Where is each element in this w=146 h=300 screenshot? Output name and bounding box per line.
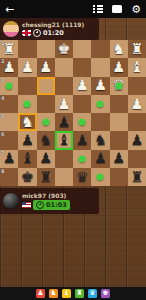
square-b4[interactable] [110, 95, 128, 113]
square-e5[interactable]: ♟ [55, 113, 73, 131]
square-a5[interactable] [128, 113, 146, 131]
square-h7[interactable]: ♟7 [0, 150, 18, 168]
rank-label: 5 [1, 113, 4, 119]
piece-white-pawn: ♟ [91, 77, 109, 95]
us-flag-icon [22, 202, 31, 208]
rank-label: 8 [1, 168, 4, 174]
square-b5[interactable] [110, 113, 128, 131]
square-d4[interactable] [73, 95, 91, 113]
legal-move-dot [97, 173, 104, 180]
banner-piece-tile: ♟ [36, 289, 45, 298]
square-e6[interactable]: ♝ [55, 131, 73, 149]
square-g2[interactable]: ♟ [18, 58, 36, 76]
piece-black-bishop: ♝ [55, 131, 73, 149]
piece-white-pawn: ♟ [37, 58, 55, 76]
piece-white-knight: ♞ [110, 40, 128, 58]
piece-white-pawn: ♟ [55, 95, 73, 113]
square-e4[interactable]: ♟ [55, 95, 73, 113]
player-name-rating: mick97 (903) [22, 192, 70, 199]
square-h3[interactable]: 3 [0, 77, 18, 95]
square-a4[interactable]: ♟ [128, 95, 146, 113]
opponent-name-rating: chessing21 (1119) [22, 21, 84, 28]
square-d8[interactable]: ♛ [73, 168, 91, 186]
clock-icon [33, 29, 41, 37]
ad-banner[interactable]: ♟♞♝♜♛♚ [0, 287, 146, 300]
legal-move-dot [115, 82, 122, 89]
square-f3[interactable] [37, 77, 55, 95]
square-g6[interactable]: ♟ [18, 131, 36, 149]
piece-white-bishop: ♝ [128, 58, 146, 76]
square-b8[interactable] [110, 168, 128, 186]
piece-white-pawn: ♟ [110, 58, 128, 76]
piece-black-king: ♚ [18, 168, 36, 186]
banner-piece-tile: ♚ [101, 289, 110, 298]
piece-black-queen: ♛ [73, 168, 91, 186]
square-c7[interactable]: ♟ [91, 150, 109, 168]
square-g7[interactable]: ♝ [18, 150, 36, 168]
legal-move-dot [24, 100, 31, 107]
square-b7[interactable]: ♟ [110, 150, 128, 168]
player-avatar[interactable] [3, 193, 19, 209]
piece-white-king: ♚ [55, 40, 73, 58]
square-h5[interactable]: 5 [0, 113, 18, 131]
settings-gear-icon[interactable]: ⚙ [131, 4, 141, 15]
piece-white-pawn: ♟ [18, 58, 36, 76]
piece-black-knight: ♞ [37, 131, 55, 149]
banner-piece-tile: ♜ [75, 289, 84, 298]
opponent-avatar[interactable] [3, 21, 19, 37]
piece-black-pawn: ♟ [18, 131, 36, 149]
square-h4[interactable]: 4 [0, 95, 18, 113]
square-h6[interactable]: 6 [0, 131, 18, 149]
back-arrow-icon[interactable]: ← [5, 4, 14, 15]
app-screen: ← ⚙ chessing21 (1119) 01:20 ♜1♚♞♜♟2♟♟♟♝3… [0, 0, 146, 300]
top-app-bar: ← ⚙ [0, 0, 146, 18]
square-b2[interactable]: ♟ [110, 58, 128, 76]
square-b1[interactable]: ♞ [110, 40, 128, 58]
square-a8[interactable]: ♜ [128, 168, 146, 186]
player-clock: 01:03 [46, 201, 67, 209]
piece-black-knight: ♞ [91, 131, 109, 149]
clock-icon [36, 201, 44, 209]
piece-black-pawn: ♟ [55, 113, 73, 131]
square-h8[interactable]: 8 [0, 168, 18, 186]
rank-label: 3 [1, 77, 4, 83]
piece-black-pawn: ♟ [110, 150, 128, 168]
player-panel: mick97 (903) 01:03 [0, 188, 99, 214]
square-b6[interactable] [110, 131, 128, 149]
chat-bubble-icon[interactable] [112, 5, 122, 13]
legal-move-dot [6, 82, 13, 89]
square-c5[interactable] [91, 113, 109, 131]
rank-label: 1 [1, 40, 4, 46]
square-f5[interactable] [37, 113, 55, 131]
square-g8[interactable]: ♚ [18, 168, 36, 186]
square-d6[interactable]: ♟ [73, 131, 91, 149]
piece-black-pawn: ♟ [128, 131, 146, 149]
banner-piece-tile: ♛ [88, 289, 97, 298]
legal-move-dot [42, 119, 49, 126]
square-d2[interactable] [73, 58, 91, 76]
piece-white-knight: ♞ [18, 113, 36, 131]
square-e3[interactable] [55, 77, 73, 95]
square-c6[interactable]: ♞ [91, 131, 109, 149]
rank-label: 4 [1, 95, 4, 101]
square-e8[interactable] [55, 168, 73, 186]
square-b3[interactable]: ♛ [110, 77, 128, 95]
piece-black-pawn: ♟ [73, 131, 91, 149]
square-a1[interactable]: ♜ [128, 40, 146, 58]
square-c4[interactable] [91, 95, 109, 113]
square-e2[interactable] [55, 58, 73, 76]
piece-black-pawn: ♟ [91, 150, 109, 168]
square-f7[interactable]: ♟ [37, 150, 55, 168]
piece-white-pawn: ♟ [73, 77, 91, 95]
piece-black-bishop: ♝ [18, 150, 36, 168]
legal-move-dot [79, 155, 86, 162]
square-d1[interactable] [73, 40, 91, 58]
square-f8[interactable]: ♜ [37, 168, 55, 186]
move-list-icon[interactable] [93, 5, 103, 13]
active-clock-pill: 01:03 [33, 200, 70, 210]
legal-move-dot [79, 119, 86, 126]
square-g1[interactable] [18, 40, 36, 58]
opponent-clock: 01:20 [43, 29, 64, 37]
banner-piece-tile: ♞ [49, 289, 58, 298]
square-f6[interactable]: ♞ [37, 131, 55, 149]
piece-black-rook: ♜ [37, 168, 55, 186]
square-c2[interactable] [91, 58, 109, 76]
square-a6[interactable]: ♟ [128, 131, 146, 149]
square-h2[interactable]: ♟2 [0, 58, 18, 76]
square-a2[interactable]: ♝ [128, 58, 146, 76]
piece-white-pawn: ♟ [128, 95, 146, 113]
square-d7[interactable] [73, 150, 91, 168]
rank-label: 7 [1, 150, 4, 156]
chess-board: ♜1♚♞♜♟2♟♟♟♝3♟♟♛4♟♟5♞♟6♟♞♝♟♞♟♟7♝♟♟♟8♚♜♛♜ [0, 40, 146, 186]
banner-piece-tile: ♝ [62, 289, 71, 298]
square-c8[interactable] [91, 168, 109, 186]
legal-move-dot [97, 100, 104, 107]
square-c3[interactable]: ♟ [91, 77, 109, 95]
opponent-panel: chessing21 (1119) 01:20 [0, 18, 99, 40]
square-h1[interactable]: ♜1 [0, 40, 18, 58]
square-a7[interactable] [128, 150, 146, 168]
square-g3[interactable] [18, 77, 36, 95]
piece-black-rook: ♜ [128, 168, 146, 186]
uk-flag-icon [22, 30, 31, 36]
piece-black-pawn: ♟ [37, 150, 55, 168]
square-d5[interactable] [73, 113, 91, 131]
square-c1[interactable] [91, 40, 109, 58]
square-e7[interactable] [55, 150, 73, 168]
square-f4[interactable] [37, 95, 55, 113]
square-a3[interactable] [128, 77, 146, 95]
rank-label: 2 [1, 58, 4, 64]
square-g4[interactable] [18, 95, 36, 113]
square-f2[interactable]: ♟ [37, 58, 55, 76]
square-d3[interactable]: ♟ [73, 77, 91, 95]
piece-white-rook: ♜ [128, 40, 146, 58]
rank-label: 6 [1, 131, 4, 137]
square-f1[interactable] [37, 40, 55, 58]
square-e1[interactable]: ♚ [55, 40, 73, 58]
square-g5[interactable]: ♞ [18, 113, 36, 131]
